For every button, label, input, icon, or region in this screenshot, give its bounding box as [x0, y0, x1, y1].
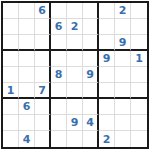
sudoku-cell-r5c1[interactable]: [3, 67, 19, 83]
sudoku-cell-r8c1[interactable]: [3, 115, 19, 131]
sudoku-cell-r6c6[interactable]: [83, 83, 99, 99]
sudoku-cell-r6c3[interactable]: 7: [35, 83, 51, 99]
sudoku-cell-r1c6[interactable]: [83, 3, 99, 19]
sudoku-cell-r8c6[interactable]: 4: [83, 115, 99, 131]
sudoku-cell-r6c7[interactable]: [99, 83, 115, 99]
sudoku-cell-r7c6[interactable]: [83, 99, 99, 115]
sudoku-cell-r2c1[interactable]: [3, 19, 19, 35]
sudoku-cell-r6c1[interactable]: 1: [3, 83, 19, 99]
sudoku-cell-r5c3[interactable]: [35, 67, 51, 83]
sudoku-cell-r8c2[interactable]: [19, 115, 35, 131]
sudoku-cell-r9c8[interactable]: [115, 131, 131, 147]
sudoku-cell-r9c5[interactable]: [67, 131, 83, 147]
sudoku-cell-r8c9[interactable]: [131, 115, 147, 131]
sudoku-cell-r7c9[interactable]: [131, 99, 147, 115]
sudoku-cell-r1c2[interactable]: [19, 3, 35, 19]
sudoku-cell-r2c2[interactable]: [19, 19, 35, 35]
sudoku-cell-r2c7[interactable]: [99, 19, 115, 35]
sudoku-cell-r7c4[interactable]: [51, 99, 67, 115]
sudoku-cell-r9c9[interactable]: [131, 131, 147, 147]
sudoku-cell-r3c1[interactable]: [3, 35, 19, 51]
sudoku-cell-r5c2[interactable]: [19, 67, 35, 83]
sudoku-cell-r4c6[interactable]: [83, 51, 99, 67]
sudoku-cell-r6c4[interactable]: [51, 83, 67, 99]
sudoku-cell-r8c7[interactable]: [99, 115, 115, 131]
sudoku-cell-r1c7[interactable]: [99, 3, 115, 19]
sudoku-cell-r1c3[interactable]: 6: [35, 3, 51, 19]
sudoku-cell-r9c3[interactable]: [35, 131, 51, 147]
sudoku-cell-r2c9[interactable]: [131, 19, 147, 35]
sudoku-cell-r9c7[interactable]: 2: [99, 131, 115, 147]
sudoku-cell-r4c5[interactable]: [67, 51, 83, 67]
sudoku-cell-r4c9[interactable]: 1: [131, 51, 147, 67]
sudoku-cell-r5c6[interactable]: 9: [83, 67, 99, 83]
sudoku-cell-r4c7[interactable]: 9: [99, 51, 115, 67]
sudoku-cell-r7c8[interactable]: [115, 99, 131, 115]
sudoku-cell-r4c3[interactable]: [35, 51, 51, 67]
sudoku-cell-r6c5[interactable]: [67, 83, 83, 99]
sudoku-cell-r8c4[interactable]: [51, 115, 67, 131]
sudoku-cell-r2c5[interactable]: 2: [67, 19, 83, 35]
sudoku-cell-r7c1[interactable]: [3, 99, 19, 115]
sudoku-cell-r5c8[interactable]: [115, 67, 131, 83]
sudoku-cell-r5c4[interactable]: 8: [51, 67, 67, 83]
sudoku-cell-r8c3[interactable]: [35, 115, 51, 131]
sudoku-cell-r7c5[interactable]: [67, 99, 83, 115]
sudoku-cell-r6c8[interactable]: [115, 83, 131, 99]
sudoku-cell-r6c9[interactable]: [131, 83, 147, 99]
sudoku-cell-r3c2[interactable]: [19, 35, 35, 51]
sudoku-cell-r6c2[interactable]: [19, 83, 35, 99]
sudoku-cell-r4c1[interactable]: [3, 51, 19, 67]
sudoku-cell-r2c6[interactable]: [83, 19, 99, 35]
sudoku-cell-r7c2[interactable]: 6: [19, 99, 35, 115]
sudoku-cell-r3c3[interactable]: [35, 35, 51, 51]
sudoku-cell-r2c8[interactable]: [115, 19, 131, 35]
sudoku-cell-r3c7[interactable]: [99, 35, 115, 51]
sudoku-cell-r1c1[interactable]: [3, 3, 19, 19]
sudoku-cell-r1c8[interactable]: 2: [115, 3, 131, 19]
sudoku-cell-r5c7[interactable]: [99, 67, 115, 83]
sudoku-cell-r5c5[interactable]: [67, 67, 83, 83]
sudoku-cell-r5c9[interactable]: [131, 67, 147, 83]
sudoku-cell-r2c4[interactable]: 6: [51, 19, 67, 35]
sudoku-cell-r1c5[interactable]: [67, 3, 83, 19]
sudoku-cell-r4c2[interactable]: [19, 51, 35, 67]
sudoku-cell-r3c5[interactable]: [67, 35, 83, 51]
sudoku-cell-r1c4[interactable]: [51, 3, 67, 19]
sudoku-cell-r3c8[interactable]: 9: [115, 35, 131, 51]
sudoku-cell-r7c7[interactable]: [99, 99, 115, 115]
sudoku-cell-r8c5[interactable]: 9: [67, 115, 83, 131]
sudoku-cell-r9c1[interactable]: [3, 131, 19, 147]
sudoku-cell-r4c4[interactable]: [51, 51, 67, 67]
sudoku-cell-r9c4[interactable]: [51, 131, 67, 147]
sudoku-cell-r3c4[interactable]: [51, 35, 67, 51]
sudoku-cell-r3c9[interactable]: [131, 35, 147, 51]
sudoku-cell-r3c6[interactable]: [83, 35, 99, 51]
sudoku-cell-r9c6[interactable]: [83, 131, 99, 147]
sudoku-cell-r7c3[interactable]: [35, 99, 51, 115]
sudoku-board: 6262991891769442: [1, 1, 149, 149]
sudoku-cell-r1c9[interactable]: [131, 3, 147, 19]
sudoku-cell-r8c8[interactable]: [115, 115, 131, 131]
sudoku-cell-r4c8[interactable]: [115, 51, 131, 67]
sudoku-cell-r2c3[interactable]: [35, 19, 51, 35]
sudoku-cell-r9c2[interactable]: 4: [19, 131, 35, 147]
